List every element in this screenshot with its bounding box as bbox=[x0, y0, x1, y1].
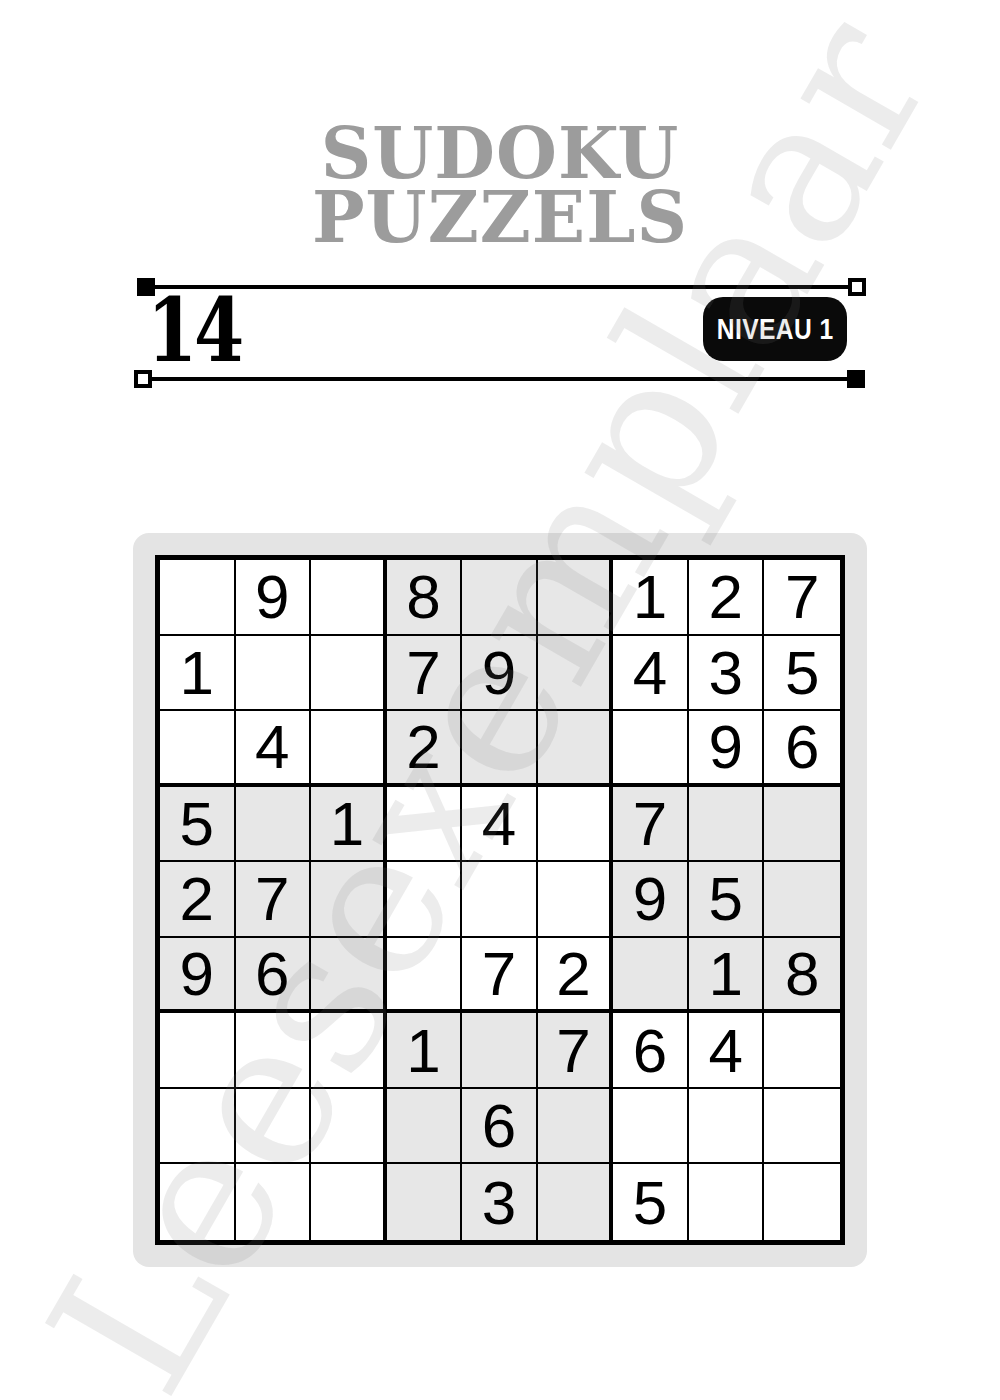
cell-r7c4[interactable]: 1 bbox=[387, 1013, 463, 1089]
cell-r1c3[interactable] bbox=[311, 560, 387, 636]
page-title: SUDOKU PUZZELS bbox=[0, 122, 1000, 250]
cell-r3c3[interactable] bbox=[311, 711, 387, 787]
cell-r1c2[interactable]: 9 bbox=[236, 560, 312, 636]
cell-r4c9[interactable] bbox=[764, 787, 840, 863]
puzzle-number: 14 bbox=[147, 292, 241, 368]
cell-r8c5[interactable]: 6 bbox=[462, 1089, 538, 1165]
cell-r5c7[interactable]: 9 bbox=[613, 862, 689, 938]
cell-r4c8[interactable] bbox=[689, 787, 765, 863]
cell-r3c9[interactable]: 6 bbox=[764, 711, 840, 787]
cell-r1c6[interactable] bbox=[538, 560, 614, 636]
cell-r9c7[interactable]: 5 bbox=[613, 1164, 689, 1240]
cell-r8c6[interactable] bbox=[538, 1089, 614, 1165]
cell-r1c8[interactable]: 2 bbox=[689, 560, 765, 636]
cell-r4c2[interactable] bbox=[236, 787, 312, 863]
cell-r2c6[interactable] bbox=[538, 636, 614, 712]
cell-r6c6[interactable]: 2 bbox=[538, 938, 614, 1014]
cell-r9c8[interactable] bbox=[689, 1164, 765, 1240]
square-marker-top-right bbox=[848, 278, 866, 296]
divider-bottom bbox=[134, 370, 865, 388]
cell-r9c5[interactable]: 3 bbox=[462, 1164, 538, 1240]
cell-r3c6[interactable] bbox=[538, 711, 614, 787]
cell-r3c4[interactable]: 2 bbox=[387, 711, 463, 787]
cell-r7c5[interactable] bbox=[462, 1013, 538, 1089]
cell-r5c9[interactable] bbox=[764, 862, 840, 938]
cell-r3c2[interactable]: 4 bbox=[236, 711, 312, 787]
cell-r6c8[interactable]: 1 bbox=[689, 938, 765, 1014]
cell-r5c6[interactable] bbox=[538, 862, 614, 938]
cell-r9c2[interactable] bbox=[236, 1164, 312, 1240]
cell-r3c7[interactable] bbox=[613, 711, 689, 787]
divider-top-line bbox=[143, 285, 860, 289]
cell-r2c5[interactable]: 9 bbox=[462, 636, 538, 712]
cell-r6c9[interactable]: 8 bbox=[764, 938, 840, 1014]
cell-r3c5[interactable] bbox=[462, 711, 538, 787]
cell-r5c5[interactable] bbox=[462, 862, 538, 938]
cell-r4c3[interactable]: 1 bbox=[311, 787, 387, 863]
cell-r8c3[interactable] bbox=[311, 1089, 387, 1165]
cell-r2c7[interactable]: 4 bbox=[613, 636, 689, 712]
cell-r5c3[interactable] bbox=[311, 862, 387, 938]
cell-r7c9[interactable] bbox=[764, 1013, 840, 1089]
cell-r7c8[interactable]: 4 bbox=[689, 1013, 765, 1089]
cell-r6c5[interactable]: 7 bbox=[462, 938, 538, 1014]
cell-r3c1[interactable] bbox=[160, 711, 236, 787]
cell-r7c2[interactable] bbox=[236, 1013, 312, 1089]
page-title-line2: PUZZELS bbox=[0, 185, 1000, 250]
divider-bottom-line bbox=[140, 377, 859, 381]
cell-r8c1[interactable] bbox=[160, 1089, 236, 1165]
cell-r9c3[interactable] bbox=[311, 1164, 387, 1240]
cell-r7c1[interactable] bbox=[160, 1013, 236, 1089]
cell-r1c5[interactable] bbox=[462, 560, 538, 636]
cell-r1c7[interactable]: 1 bbox=[613, 560, 689, 636]
square-marker-bottom-left bbox=[134, 370, 152, 388]
level-badge-label: NIVEAU 1 bbox=[717, 312, 834, 346]
cell-r8c8[interactable] bbox=[689, 1089, 765, 1165]
cell-r9c4[interactable] bbox=[387, 1164, 463, 1240]
cell-r8c2[interactable] bbox=[236, 1089, 312, 1165]
cell-r7c6[interactable]: 7 bbox=[538, 1013, 614, 1089]
cell-r4c4[interactable] bbox=[387, 787, 463, 863]
cell-r6c3[interactable] bbox=[311, 938, 387, 1014]
cell-r3c8[interactable]: 9 bbox=[689, 711, 765, 787]
cell-r8c7[interactable] bbox=[613, 1089, 689, 1165]
cell-r6c1[interactable]: 9 bbox=[160, 938, 236, 1014]
cell-r5c8[interactable]: 5 bbox=[689, 862, 765, 938]
sudoku-card: 981271794354296514727959672181764635 bbox=[133, 533, 867, 1267]
cell-r9c1[interactable] bbox=[160, 1164, 236, 1240]
cell-r2c4[interactable]: 7 bbox=[387, 636, 463, 712]
cell-r1c9[interactable]: 7 bbox=[764, 560, 840, 636]
sudoku-grid: 981271794354296514727959672181764635 bbox=[155, 555, 845, 1245]
cell-r2c2[interactable] bbox=[236, 636, 312, 712]
cell-r2c1[interactable]: 1 bbox=[160, 636, 236, 712]
cell-r4c6[interactable] bbox=[538, 787, 614, 863]
cell-r7c3[interactable] bbox=[311, 1013, 387, 1089]
divider-top bbox=[137, 278, 866, 296]
cell-r5c1[interactable]: 2 bbox=[160, 862, 236, 938]
cell-r5c4[interactable] bbox=[387, 862, 463, 938]
cell-r2c9[interactable]: 5 bbox=[764, 636, 840, 712]
cell-r4c5[interactable]: 4 bbox=[462, 787, 538, 863]
cell-r5c2[interactable]: 7 bbox=[236, 862, 312, 938]
cell-r9c6[interactable] bbox=[538, 1164, 614, 1240]
level-badge: NIVEAU 1 bbox=[703, 297, 847, 361]
cell-r4c1[interactable]: 5 bbox=[160, 787, 236, 863]
square-marker-bottom-right bbox=[847, 370, 865, 388]
cell-r7c7[interactable]: 6 bbox=[613, 1013, 689, 1089]
cell-r1c4[interactable]: 8 bbox=[387, 560, 463, 636]
cell-r8c9[interactable] bbox=[764, 1089, 840, 1165]
cell-r2c8[interactable]: 3 bbox=[689, 636, 765, 712]
cell-r6c7[interactable] bbox=[613, 938, 689, 1014]
cell-r6c4[interactable] bbox=[387, 938, 463, 1014]
cell-r9c9[interactable] bbox=[764, 1164, 840, 1240]
cell-r4c7[interactable]: 7 bbox=[613, 787, 689, 863]
cell-r2c3[interactable] bbox=[311, 636, 387, 712]
cell-r1c1[interactable] bbox=[160, 560, 236, 636]
cell-r6c2[interactable]: 6 bbox=[236, 938, 312, 1014]
cell-r8c4[interactable] bbox=[387, 1089, 463, 1165]
